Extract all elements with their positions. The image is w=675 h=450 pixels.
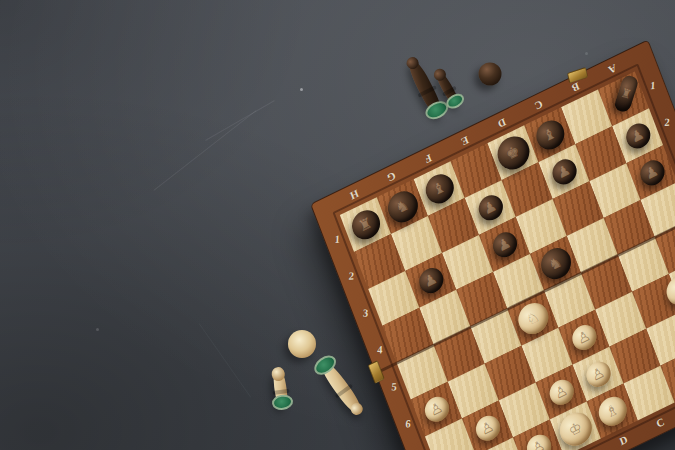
white-knight-glyph: ♘: [524, 309, 541, 328]
slate-scratch: [199, 323, 251, 397]
file-label-top-F: F: [423, 153, 433, 167]
file-label-top-H: H: [348, 188, 360, 203]
white-bishop-glyph: ♗: [671, 281, 675, 300]
white-pawn-glyph: ♙: [479, 418, 496, 437]
black-pawn-glyph: ♟: [482, 198, 499, 217]
slate-speck: [585, 52, 588, 55]
white-pawn-top[interactable]: [288, 330, 316, 358]
black-rook-glyph: ♜: [619, 86, 633, 100]
rank-label-left-6: 6: [405, 417, 411, 429]
black-pawn-glyph: ♟: [496, 235, 513, 254]
rank-label-left-2: 2: [348, 269, 354, 281]
rank-label-right-2: 2: [663, 116, 669, 128]
black-pawn-ball[interactable]: [479, 63, 502, 86]
slate-scratch: [205, 100, 275, 141]
rank-label-left-5: 5: [390, 380, 396, 392]
black-pawn-glyph: ♟: [629, 126, 646, 145]
rank-label-left-1: 1: [334, 232, 340, 244]
board-playing-area: [340, 71, 675, 450]
rank-label-right-1: 1: [649, 79, 655, 91]
white-pawn-glyph: ♙: [428, 399, 445, 418]
white-pawn-glyph: ♙: [552, 382, 569, 401]
file-label-top-D: D: [496, 116, 507, 130]
slate-speck: [96, 328, 99, 331]
white-pawn-standing[interactable]: [269, 368, 291, 408]
file-label-top-E: E: [459, 134, 470, 148]
black-pawn-glyph: ♟: [643, 163, 660, 182]
black-king-glyph: ♚: [504, 143, 521, 162]
black-knight-glyph: ♞: [394, 197, 411, 216]
black-bishop-glyph: ♝: [541, 125, 558, 144]
file-label-bottom-C: C: [655, 415, 666, 429]
file-label-top-A: A: [607, 62, 618, 76]
slate-scratch: [153, 110, 256, 191]
black-bishop-glyph: ♝: [430, 179, 447, 198]
white-pawn-glyph: ♙: [530, 437, 547, 450]
black-pawn-glyph: ♟: [555, 162, 572, 181]
photo-stage: ABCDEFGHABCDEFGH1234567812345678 ♜♟♟♝♟♚♞…: [0, 0, 675, 450]
white-pawn-glyph: ♙: [589, 364, 606, 383]
black-knight-glyph: ♞: [547, 254, 564, 273]
white-king-glyph: ♔: [567, 419, 584, 438]
chess-board: ABCDEFGHABCDEFGH1234567812345678 ♜♟♟♝♟♚♞…: [310, 39, 675, 450]
file-label-top-B: B: [570, 81, 581, 95]
black-pawn-glyph: ♟: [422, 271, 439, 290]
slate-speck: [300, 88, 303, 91]
file-label-top-C: C: [533, 98, 544, 112]
black-rook-glyph: ♜: [357, 215, 374, 234]
white-queen-lying[interactable]: [315, 356, 368, 418]
file-label-top-G: G: [385, 170, 397, 185]
file-label-bottom-D: D: [618, 433, 629, 447]
white-bishop-glyph: ♗: [603, 401, 620, 420]
rank-label-left-4: 4: [376, 343, 382, 355]
rank-label-left-3: 3: [362, 306, 368, 318]
white-pawn-glyph: ♙: [575, 328, 592, 347]
brass-hinge: [368, 360, 385, 384]
